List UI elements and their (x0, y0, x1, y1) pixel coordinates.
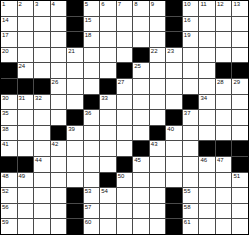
cell-r11c12[interactable] (183, 157, 199, 172)
cell-r9c9[interactable] (133, 126, 149, 141)
clue-number: 7 (118, 1, 121, 8)
cell-r11c11[interactable] (166, 157, 182, 172)
cell-r13c13[interactable] (199, 188, 215, 203)
clue-number: 50 (118, 173, 125, 180)
clue-number: 53 (85, 188, 92, 195)
cell-r7c13[interactable]: 34 (199, 95, 215, 110)
black-square-r7c6 (84, 95, 100, 110)
cell-r14c9[interactable] (133, 204, 149, 219)
cell-r10c4[interactable]: 42 (51, 141, 67, 156)
cell-r9c7[interactable] (100, 126, 116, 141)
cell-r4c10[interactable]: 22 (150, 48, 166, 63)
clue-number: 56 (2, 204, 9, 211)
clue-number: 32 (35, 95, 42, 102)
cell-r3c7[interactable] (100, 32, 116, 47)
cell-r7c3[interactable]: 32 (34, 95, 50, 110)
black-square-r3c5 (67, 32, 83, 47)
cell-r6c13[interactable] (199, 79, 215, 94)
cell-r10c5[interactable] (67, 141, 83, 156)
cell-r5c12[interactable] (183, 63, 199, 78)
black-square-r11c15 (232, 157, 248, 172)
cell-r3c14[interactable] (216, 32, 232, 47)
clue-number: 29 (233, 79, 240, 86)
black-square-r14c5 (67, 204, 83, 219)
cell-r5c10[interactable] (150, 63, 166, 78)
cell-r1c12[interactable]: 10 (183, 1, 199, 16)
cell-r2c10[interactable] (150, 17, 166, 32)
clue-number: 46 (200, 157, 207, 164)
cell-r11c14[interactable]: 47 (216, 157, 232, 172)
clue-number: 43 (151, 141, 158, 148)
black-square-r11c1 (1, 157, 17, 172)
cell-r6c5[interactable] (67, 79, 83, 94)
cell-r14c2[interactable] (18, 204, 34, 219)
cell-r4c2[interactable] (18, 48, 34, 63)
cell-r7c4[interactable] (51, 95, 67, 110)
black-square-r1c5 (67, 1, 83, 16)
clue-number: 2 (19, 1, 22, 8)
black-square-r6c7 (100, 79, 116, 94)
clue-number: 20 (2, 48, 9, 55)
cell-r1c13[interactable]: 11 (199, 1, 215, 16)
cell-r13c1[interactable]: 52 (1, 188, 17, 203)
cell-r15c2[interactable] (18, 219, 34, 234)
black-square-r6c3 (34, 79, 50, 94)
cell-r7c9[interactable] (133, 95, 149, 110)
cell-r8c6[interactable]: 36 (84, 110, 100, 125)
cell-r7c15[interactable] (232, 95, 248, 110)
cell-r5c2[interactable]: 24 (18, 63, 34, 78)
black-square-r11c8 (117, 157, 133, 172)
cell-r8c13[interactable] (199, 110, 215, 125)
clue-number: 37 (184, 110, 191, 117)
cell-r4c5[interactable]: 21 (67, 48, 83, 63)
cell-r15c10[interactable] (150, 219, 166, 234)
clue-number: 23 (167, 48, 174, 55)
clue-number: 10 (184, 1, 191, 8)
black-square-r10c13 (199, 141, 215, 156)
black-square-r10c9 (133, 141, 149, 156)
cell-r7c2[interactable]: 31 (18, 95, 34, 110)
cell-r2c9[interactable] (133, 17, 149, 32)
cell-r15c8[interactable] (117, 219, 133, 234)
black-square-r13c5 (67, 188, 83, 203)
cell-r14c7[interactable] (100, 204, 116, 219)
cell-r1c2[interactable]: 2 (18, 1, 34, 16)
black-square-r2c11 (166, 17, 182, 32)
cell-r9c1[interactable]: 38 (1, 126, 17, 141)
clue-number: 31 (19, 95, 26, 102)
cell-r8c15[interactable] (232, 110, 248, 125)
cell-r3c15[interactable] (232, 32, 248, 47)
cell-r13c8[interactable] (117, 188, 133, 203)
cell-r15c4[interactable] (51, 219, 67, 234)
cell-r5c9[interactable]: 25 (133, 63, 149, 78)
cell-r15c12[interactable]: 61 (183, 219, 199, 234)
cell-r9c15[interactable] (232, 126, 248, 141)
cell-r8c4[interactable] (51, 110, 67, 125)
cell-r12c12[interactable] (183, 173, 199, 188)
cell-r1c3[interactable]: 3 (34, 1, 50, 16)
cell-r14c10[interactable] (150, 204, 166, 219)
cell-r2c3[interactable] (34, 17, 50, 32)
cell-r5c4[interactable] (51, 63, 67, 78)
clue-number: 57 (85, 204, 92, 211)
cell-r13c12[interactable]: 55 (183, 188, 199, 203)
cell-r5c13[interactable] (199, 63, 215, 78)
cell-r4c13[interactable] (199, 48, 215, 63)
cell-r8c3[interactable] (34, 110, 50, 125)
cell-r11c9[interactable]: 45 (133, 157, 149, 172)
clue-number: 16 (184, 17, 191, 24)
cell-r3c8[interactable] (117, 32, 133, 47)
clue-number: 13 (233, 1, 240, 8)
cell-r11c10[interactable] (150, 157, 166, 172)
cell-r11c7[interactable] (100, 157, 116, 172)
cell-r2c13[interactable] (199, 17, 215, 32)
cell-r9c8[interactable] (117, 126, 133, 141)
clue-number: 54 (101, 188, 108, 195)
black-square-r6c2 (18, 79, 34, 94)
cell-r7c1[interactable]: 30 (1, 95, 17, 110)
cell-r13c6[interactable]: 53 (84, 188, 100, 203)
clue-number: 49 (19, 173, 26, 180)
black-square-r14c11 (166, 204, 182, 219)
cell-r4c15[interactable] (232, 48, 248, 63)
clue-number: 21 (68, 48, 75, 55)
cell-r9c13[interactable] (199, 126, 215, 141)
cell-r6c8[interactable]: 27 (117, 79, 133, 94)
cell-r10c1[interactable]: 41 (1, 141, 17, 156)
cell-r11c5[interactable] (67, 157, 83, 172)
clue-number: 12 (217, 1, 224, 8)
cell-r13c15[interactable] (232, 188, 248, 203)
cell-r12c10[interactable] (150, 173, 166, 188)
cell-r5c11[interactable] (166, 63, 182, 78)
clue-number: 19 (184, 32, 191, 39)
clue-number: 24 (19, 63, 26, 70)
black-square-r15c5 (67, 219, 83, 234)
cell-r13c7[interactable]: 54 (100, 188, 116, 203)
clue-number: 3 (35, 1, 38, 8)
clue-number: 9 (151, 1, 154, 8)
black-square-r4c9 (133, 48, 149, 63)
cell-r1c6[interactable]: 5 (84, 1, 100, 16)
cell-r9c14[interactable] (216, 126, 232, 141)
cell-r11c6[interactable] (84, 157, 100, 172)
cell-r2c7[interactable] (100, 17, 116, 32)
cell-r6c10[interactable] (150, 79, 166, 94)
cell-r13c14[interactable] (216, 188, 232, 203)
black-square-r10c14 (216, 141, 232, 156)
black-square-r5c15 (232, 63, 248, 78)
black-square-r1c11 (166, 1, 182, 16)
cell-r8c7[interactable] (100, 110, 116, 125)
cell-r4c8[interactable] (117, 48, 133, 63)
clue-number: 14 (2, 17, 9, 24)
cell-r14c6[interactable]: 57 (84, 204, 100, 219)
cell-r8c2[interactable] (18, 110, 34, 125)
clue-number: 34 (200, 95, 207, 102)
cell-r5c6[interactable] (84, 63, 100, 78)
clue-number: 4 (52, 1, 55, 8)
cell-r15c3[interactable] (34, 219, 50, 234)
cell-r8c9[interactable] (133, 110, 149, 125)
cell-r6c4[interactable]: 26 (51, 79, 67, 94)
cell-r12c13[interactable] (199, 173, 215, 188)
cell-r10c7[interactable] (100, 141, 116, 156)
cell-r3c12[interactable]: 19 (183, 32, 199, 47)
black-square-r15c11 (166, 219, 182, 234)
clue-number: 36 (85, 110, 92, 117)
cell-r4c7[interactable] (100, 48, 116, 63)
clue-number: 1 (2, 1, 5, 8)
cell-r3c6[interactable]: 18 (84, 32, 100, 47)
clue-number: 11 (200, 1, 206, 8)
clue-number: 25 (134, 63, 141, 70)
clue-number: 15 (85, 17, 92, 24)
cell-r10c3[interactable] (34, 141, 50, 156)
cell-r12c6[interactable] (84, 173, 100, 188)
cell-r9c5[interactable]: 39 (67, 126, 83, 141)
cell-r7c5[interactable] (67, 95, 83, 110)
black-square-r10c15 (232, 141, 248, 156)
crossword-grid: 1234567891011121314151617181920212223242… (0, 0, 249, 235)
cell-r9c2[interactable] (18, 126, 34, 141)
cell-r7c10[interactable] (150, 95, 166, 110)
black-square-r8c11 (166, 110, 182, 125)
cell-r8c8[interactable] (117, 110, 133, 125)
black-square-r5c1 (1, 63, 17, 78)
cell-r14c13[interactable] (199, 204, 215, 219)
cell-r4c1[interactable]: 20 (1, 48, 17, 63)
cell-r11c13[interactable]: 46 (199, 157, 215, 172)
cell-r7c8[interactable] (117, 95, 133, 110)
cell-r1c15[interactable]: 13 (232, 1, 248, 16)
cell-r2c12[interactable]: 16 (183, 17, 199, 32)
clue-number: 59 (2, 219, 9, 226)
clue-number: 17 (2, 32, 9, 39)
clue-number: 33 (101, 95, 108, 102)
cell-r3c10[interactable] (150, 32, 166, 47)
clue-number: 8 (134, 1, 137, 8)
cell-r7c7[interactable]: 33 (100, 95, 116, 110)
cell-r15c15[interactable] (232, 219, 248, 234)
cell-r11c4[interactable] (51, 157, 67, 172)
black-square-r11c2 (18, 157, 34, 172)
black-square-r2c5 (67, 17, 83, 32)
cell-r8c10[interactable] (150, 110, 166, 125)
cell-r13c10[interactable] (150, 188, 166, 203)
cell-r10c2[interactable] (18, 141, 34, 156)
cell-r12c5[interactable] (67, 173, 83, 188)
clue-number: 42 (52, 141, 59, 148)
clue-number: 22 (151, 48, 158, 55)
cell-r10c11[interactable] (166, 141, 182, 156)
cell-r6c12[interactable] (183, 79, 199, 94)
cell-r9c3[interactable] (34, 126, 50, 141)
clue-number: 28 (217, 79, 224, 86)
cell-r2c2[interactable] (18, 17, 34, 32)
clue-number: 27 (118, 79, 125, 86)
clue-number: 47 (217, 157, 224, 164)
cell-r3c1[interactable]: 17 (1, 32, 17, 47)
cell-r3c2[interactable] (18, 32, 34, 47)
cell-r14c3[interactable] (34, 204, 50, 219)
cell-r5c7[interactable] (100, 63, 116, 78)
cell-r1c10[interactable]: 9 (150, 1, 166, 16)
cell-r9c12[interactable] (183, 126, 199, 141)
cell-r15c1[interactable]: 59 (1, 219, 17, 234)
clue-number: 61 (184, 219, 191, 226)
black-square-r8c5 (67, 110, 83, 125)
cell-r14c14[interactable] (216, 204, 232, 219)
cell-r2c8[interactable] (117, 17, 133, 32)
cell-r14c4[interactable] (51, 204, 67, 219)
cell-r4c6[interactable] (84, 48, 100, 63)
cell-r15c6[interactable]: 60 (84, 219, 100, 234)
cell-r7c11[interactable] (166, 95, 182, 110)
cell-r4c14[interactable] (216, 48, 232, 63)
cell-r12c8[interactable]: 50 (117, 173, 133, 188)
cell-r6c6[interactable] (84, 79, 100, 94)
cell-r12c1[interactable]: 48 (1, 173, 17, 188)
clue-number: 35 (2, 110, 9, 117)
cell-r1c14[interactable]: 12 (216, 1, 232, 16)
cell-r5c3[interactable] (34, 63, 50, 78)
cell-r15c13[interactable] (199, 219, 215, 234)
cell-r6c11[interactable] (166, 79, 182, 94)
cell-r3c9[interactable] (133, 32, 149, 47)
cell-r14c15[interactable] (232, 204, 248, 219)
black-square-r7c12 (183, 95, 199, 110)
clue-number: 30 (2, 95, 9, 102)
cell-r2c6[interactable]: 15 (84, 17, 100, 32)
cell-r9c6[interactable] (84, 126, 100, 141)
black-square-r3c11 (166, 32, 182, 47)
black-square-r9c10 (150, 126, 166, 141)
cell-r12c4[interactable] (51, 173, 67, 188)
cell-r6c14[interactable]: 28 (216, 79, 232, 94)
cell-r2c4[interactable] (51, 17, 67, 32)
cell-r2c14[interactable] (216, 17, 232, 32)
black-square-r9c4 (51, 126, 67, 141)
cell-r12c9[interactable] (133, 173, 149, 188)
black-square-r12c7 (100, 173, 116, 188)
cell-r2c1[interactable]: 14 (1, 17, 17, 32)
clue-number: 45 (134, 157, 141, 164)
clue-number: 51 (233, 173, 240, 180)
cell-r1c4[interactable]: 4 (51, 1, 67, 16)
cell-r12c2[interactable]: 49 (18, 173, 34, 188)
clue-number: 48 (2, 173, 9, 180)
cell-r7c14[interactable] (216, 95, 232, 110)
cell-r3c3[interactable] (34, 32, 50, 47)
cell-r10c12[interactable] (183, 141, 199, 156)
clue-number: 6 (101, 1, 104, 8)
cell-r15c9[interactable] (133, 219, 149, 234)
cell-r13c4[interactable] (51, 188, 67, 203)
clue-number: 38 (2, 126, 9, 133)
cell-r1c9[interactable]: 8 (133, 1, 149, 16)
cell-r1c8[interactable]: 7 (117, 1, 133, 16)
cell-r4c11[interactable]: 23 (166, 48, 182, 63)
clue-number: 52 (2, 188, 9, 195)
cell-r13c3[interactable] (34, 188, 50, 203)
cell-r10c8[interactable] (117, 141, 133, 156)
cell-r15c7[interactable] (100, 219, 116, 234)
black-square-r5c14 (216, 63, 232, 78)
cell-r15c14[interactable] (216, 219, 232, 234)
clue-number: 40 (167, 126, 174, 133)
cell-r12c3[interactable] (34, 173, 50, 188)
black-square-r6c1 (1, 79, 17, 94)
cell-r1c7[interactable]: 6 (100, 1, 116, 16)
cell-r8c14[interactable] (216, 110, 232, 125)
black-square-r5c8 (117, 63, 133, 78)
cell-r12c14[interactable] (216, 173, 232, 188)
cell-r14c1[interactable]: 56 (1, 204, 17, 219)
clue-number: 26 (52, 79, 59, 86)
cell-r4c3[interactable] (34, 48, 50, 63)
clue-number: 44 (35, 157, 42, 164)
clue-number: 41 (2, 141, 9, 148)
cell-r9c11[interactable]: 40 (166, 126, 182, 141)
cell-r3c13[interactable] (199, 32, 215, 47)
cell-r4c4[interactable] (51, 48, 67, 63)
cell-r10c10[interactable]: 43 (150, 141, 166, 156)
cell-r4c12[interactable] (183, 48, 199, 63)
cell-r2c15[interactable] (232, 17, 248, 32)
cell-r5c5[interactable] (67, 63, 83, 78)
clue-number: 5 (85, 1, 88, 8)
cell-r1c1[interactable]: 1 (1, 1, 17, 16)
cell-r6c15[interactable]: 29 (232, 79, 248, 94)
cell-r12c11[interactable] (166, 173, 182, 188)
clue-number: 18 (85, 32, 92, 39)
cell-r14c12[interactable]: 58 (183, 204, 199, 219)
cell-r13c2[interactable] (18, 188, 34, 203)
clue-number: 58 (184, 204, 191, 211)
cell-r14c8[interactable] (117, 204, 133, 219)
cell-r8c12[interactable]: 37 (183, 110, 199, 125)
clue-number: 39 (68, 126, 75, 133)
black-square-r13c11 (166, 188, 182, 203)
cell-r10c6[interactable] (84, 141, 100, 156)
cell-r6c9[interactable] (133, 79, 149, 94)
clue-number: 60 (85, 219, 92, 226)
cell-r11c3[interactable]: 44 (34, 157, 50, 172)
cell-r8c1[interactable]: 35 (1, 110, 17, 125)
cell-r3c4[interactable] (51, 32, 67, 47)
cell-r12c15[interactable]: 51 (232, 173, 248, 188)
cell-r13c9[interactable] (133, 188, 149, 203)
clue-number: 55 (184, 188, 191, 195)
